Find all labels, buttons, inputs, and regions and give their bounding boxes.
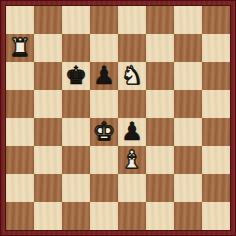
square-h8[interactable] [202,6,230,34]
board-frame: ♜♚♟♞♚♟♝ [0,0,236,236]
square-g5[interactable] [174,90,202,118]
square-a5[interactable] [6,90,34,118]
square-f6[interactable] [146,62,174,90]
square-b6[interactable] [34,62,62,90]
square-h4[interactable] [202,118,230,146]
black-king-piece[interactable]: ♚ [65,62,87,90]
white-bishop-piece[interactable]: ♝ [121,146,143,174]
square-g6[interactable] [174,62,202,90]
square-a8[interactable] [6,6,34,34]
square-d5[interactable] [90,90,118,118]
square-f4[interactable] [146,118,174,146]
square-a2[interactable] [6,174,34,202]
square-f1[interactable] [146,202,174,230]
square-f8[interactable] [146,6,174,34]
square-d4[interactable]: ♚ [90,118,118,146]
square-a4[interactable] [6,118,34,146]
square-c3[interactable] [62,146,90,174]
square-e6[interactable]: ♞ [118,62,146,90]
square-e2[interactable] [118,174,146,202]
square-b3[interactable] [34,146,62,174]
square-b7[interactable] [34,34,62,62]
square-c8[interactable] [62,6,90,34]
square-g8[interactable] [174,6,202,34]
square-b5[interactable] [34,90,62,118]
square-c1[interactable] [62,202,90,230]
square-c7[interactable] [62,34,90,62]
square-e1[interactable] [118,202,146,230]
square-g1[interactable] [174,202,202,230]
square-b4[interactable] [34,118,62,146]
square-c5[interactable] [62,90,90,118]
square-h5[interactable] [202,90,230,118]
square-d1[interactable] [90,202,118,230]
square-c2[interactable] [62,174,90,202]
square-h1[interactable] [202,202,230,230]
square-h7[interactable] [202,34,230,62]
square-e7[interactable] [118,34,146,62]
square-a3[interactable] [6,146,34,174]
white-rook-piece[interactable]: ♜ [9,34,31,62]
square-f7[interactable] [146,34,174,62]
square-d3[interactable] [90,146,118,174]
square-e3[interactable]: ♝ [118,146,146,174]
square-d2[interactable] [90,174,118,202]
square-e8[interactable] [118,6,146,34]
square-a7[interactable]: ♜ [6,34,34,62]
square-g3[interactable] [174,146,202,174]
white-king-piece[interactable]: ♚ [93,118,115,146]
square-b1[interactable] [34,202,62,230]
square-b2[interactable] [34,174,62,202]
square-h6[interactable] [202,62,230,90]
square-g2[interactable] [174,174,202,202]
black-pawn-piece[interactable]: ♟ [93,62,115,90]
square-d7[interactable] [90,34,118,62]
square-f2[interactable] [146,174,174,202]
square-f5[interactable] [146,90,174,118]
square-d6[interactable]: ♟ [90,62,118,90]
black-pawn-piece[interactable]: ♟ [121,118,143,146]
square-d8[interactable] [90,6,118,34]
square-h3[interactable] [202,146,230,174]
square-f3[interactable] [146,146,174,174]
square-a6[interactable] [6,62,34,90]
square-g7[interactable] [174,34,202,62]
square-h2[interactable] [202,174,230,202]
square-e4[interactable]: ♟ [118,118,146,146]
white-knight-piece[interactable]: ♞ [121,62,143,90]
square-c6[interactable]: ♚ [62,62,90,90]
square-b8[interactable] [34,6,62,34]
square-c4[interactable] [62,118,90,146]
square-e5[interactable] [118,90,146,118]
chess-board: ♜♚♟♞♚♟♝ [6,6,230,230]
square-g4[interactable] [174,118,202,146]
square-a1[interactable] [6,202,34,230]
